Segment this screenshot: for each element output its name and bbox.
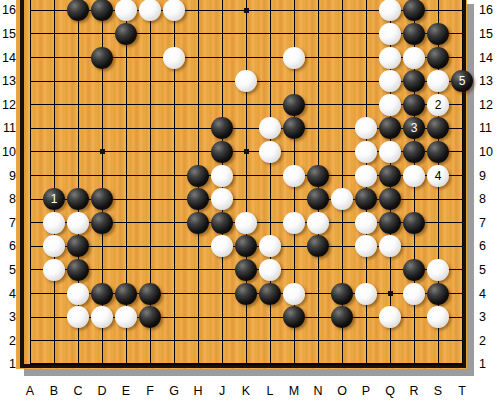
white-stone[interactable] (355, 212, 377, 234)
white-stone[interactable] (235, 70, 257, 92)
column-coordinate: G (166, 383, 182, 399)
white-stone[interactable] (427, 306, 449, 328)
column-coordinate: F (142, 383, 158, 399)
grid-line-vertical (30, 0, 31, 366)
star-point (100, 149, 105, 154)
black-stone[interactable] (67, 188, 89, 210)
black-stone[interactable] (235, 283, 257, 305)
star-point (244, 149, 249, 154)
white-stone[interactable] (379, 94, 401, 116)
row-coordinate-left: 11 (0, 120, 16, 136)
row-coordinate-left: 12 (0, 97, 16, 113)
white-stone[interactable] (379, 47, 401, 69)
white-stone[interactable] (283, 47, 305, 69)
row-coordinate-right: 11 (479, 120, 499, 136)
black-stone[interactable] (235, 259, 257, 281)
column-coordinate: O (334, 383, 350, 399)
black-stone[interactable] (403, 141, 425, 163)
row-coordinate-right: 3 (479, 309, 499, 325)
row-coordinate-left: 3 (0, 309, 16, 325)
black-stone[interactable] (403, 94, 425, 116)
black-stone[interactable] (403, 70, 425, 92)
grid-line-vertical (462, 0, 463, 366)
board-shadow-bottom (24, 369, 474, 376)
row-coordinate-left: 14 (0, 50, 16, 66)
row-coordinate-left: 9 (0, 168, 16, 184)
black-stone[interactable] (283, 94, 305, 116)
white-stone[interactable] (235, 212, 257, 234)
white-stone[interactable] (379, 23, 401, 45)
black-stone[interactable] (427, 23, 449, 45)
white-stone[interactable] (163, 47, 185, 69)
row-coordinate-right: 7 (479, 215, 499, 231)
row-coordinate-right: 4 (479, 286, 499, 302)
black-stone[interactable] (91, 188, 113, 210)
black-stone[interactable] (307, 165, 329, 187)
black-stone[interactable] (91, 47, 113, 69)
row-coordinate-left: 2 (0, 333, 16, 349)
white-stone[interactable] (67, 212, 89, 234)
column-coordinate: B (46, 383, 62, 399)
grid-line-horizontal (30, 340, 463, 341)
black-stone[interactable] (403, 23, 425, 45)
white-stone[interactable] (259, 141, 281, 163)
move-number-label: 4 (435, 170, 442, 182)
row-coordinate-right: 12 (479, 97, 499, 113)
black-stone[interactable] (211, 212, 233, 234)
black-stone[interactable] (355, 188, 377, 210)
column-coordinate: R (406, 383, 422, 399)
star-point (388, 291, 393, 296)
black-stone[interactable] (115, 23, 137, 45)
column-coordinate: P (358, 383, 374, 399)
white-stone[interactable] (403, 47, 425, 69)
black-stone[interactable] (211, 141, 233, 163)
board-edge-right (463, 0, 466, 368)
white-stone[interactable] (91, 306, 113, 328)
black-stone[interactable] (139, 283, 161, 305)
black-stone[interactable] (403, 212, 425, 234)
white-stone[interactable] (43, 212, 65, 234)
black-stone[interactable] (91, 283, 113, 305)
row-coordinate-left: 5 (0, 262, 16, 278)
white-stone[interactable] (283, 165, 305, 187)
move-number-label: 2 (435, 99, 442, 111)
white-stone[interactable] (259, 259, 281, 281)
black-stone[interactable] (283, 306, 305, 328)
row-coordinate-right: 16 (479, 2, 499, 18)
grid-line-horizontal (30, 363, 463, 365)
row-coordinate-right: 10 (479, 144, 499, 160)
star-point (244, 8, 249, 13)
move-number-label: 5 (459, 75, 466, 87)
board-edge-left (20, 0, 24, 368)
white-stone[interactable] (427, 70, 449, 92)
row-coordinate-left: 7 (0, 215, 16, 231)
column-coordinate: T (454, 383, 470, 399)
grid-line-vertical (246, 0, 247, 366)
white-stone[interactable] (379, 141, 401, 163)
row-coordinate-right: 6 (479, 238, 499, 254)
white-stone[interactable] (43, 259, 65, 281)
row-coordinate-left: 10 (0, 144, 16, 160)
move-number-label: 3 (411, 122, 418, 134)
column-coordinate: E (118, 383, 134, 399)
white-stone[interactable] (283, 283, 305, 305)
white-stone[interactable] (67, 306, 89, 328)
black-stone[interactable] (331, 306, 353, 328)
column-coordinate: D (94, 383, 110, 399)
white-stone[interactable]: 4 (427, 165, 449, 187)
black-stone[interactable] (403, 259, 425, 281)
column-coordinate: J (214, 383, 230, 399)
row-coordinate-left: 13 (0, 73, 16, 89)
black-stone[interactable] (187, 188, 209, 210)
white-stone[interactable] (331, 188, 353, 210)
white-stone[interactable] (355, 165, 377, 187)
white-stone[interactable] (211, 165, 233, 187)
white-stone[interactable] (115, 306, 137, 328)
white-stone[interactable] (403, 283, 425, 305)
black-stone[interactable] (187, 165, 209, 187)
white-stone[interactable] (67, 283, 89, 305)
row-coordinate-right: 5 (479, 262, 499, 278)
column-coordinate: N (310, 383, 326, 399)
black-stone[interactable] (307, 188, 329, 210)
black-stone[interactable] (259, 283, 281, 305)
black-stone[interactable] (187, 212, 209, 234)
board-shadow-right (467, 4, 474, 376)
white-stone[interactable] (283, 212, 305, 234)
black-stone[interactable] (427, 47, 449, 69)
white-stone[interactable]: 2 (427, 94, 449, 116)
column-coordinate: A (22, 383, 38, 399)
white-stone[interactable] (403, 165, 425, 187)
row-coordinate-right: 8 (479, 191, 499, 207)
black-stone[interactable] (427, 283, 449, 305)
white-stone[interactable] (211, 188, 233, 210)
row-coordinate-left: 16 (0, 2, 16, 18)
go-board-diagram: 53124 1616151514141313121211111010998877… (0, 0, 500, 404)
black-stone[interactable] (379, 165, 401, 187)
column-coordinate: S (430, 383, 446, 399)
column-coordinate: M (286, 383, 302, 399)
white-stone[interactable] (379, 306, 401, 328)
black-stone[interactable]: 5 (451, 70, 473, 92)
row-coordinate-left: 15 (0, 26, 16, 42)
column-coordinate: C (70, 383, 86, 399)
row-coordinate-left: 6 (0, 238, 16, 254)
row-coordinate-left: 1 (0, 356, 16, 372)
white-stone[interactable] (307, 212, 329, 234)
row-coordinate-right: 2 (479, 333, 499, 349)
black-stone[interactable] (91, 212, 113, 234)
move-number-label: 1 (51, 193, 58, 205)
black-stone[interactable] (67, 259, 89, 281)
black-stone[interactable]: 1 (43, 188, 65, 210)
black-stone[interactable] (379, 188, 401, 210)
grid-line-vertical (54, 0, 55, 366)
white-stone[interactable] (379, 70, 401, 92)
row-coordinate-right: 13 (479, 73, 499, 89)
black-stone[interactable] (379, 212, 401, 234)
black-stone[interactable] (115, 283, 137, 305)
black-stone[interactable] (427, 141, 449, 163)
white-stone[interactable] (355, 283, 377, 305)
row-coordinate-left: 4 (0, 286, 16, 302)
grid-line-vertical (270, 0, 271, 366)
column-coordinate: Q (382, 383, 398, 399)
row-coordinate-right: 15 (479, 26, 499, 42)
black-stone[interactable] (331, 283, 353, 305)
column-coordinate: L (262, 383, 278, 399)
row-coordinate-right: 1 (479, 356, 499, 372)
column-coordinate: K (238, 383, 254, 399)
column-coordinate: H (190, 383, 206, 399)
white-stone[interactable] (427, 259, 449, 281)
row-coordinate-left: 8 (0, 191, 16, 207)
row-coordinate-right: 14 (479, 50, 499, 66)
white-stone[interactable] (355, 141, 377, 163)
row-coordinate-right: 9 (479, 168, 499, 184)
black-stone[interactable] (139, 306, 161, 328)
